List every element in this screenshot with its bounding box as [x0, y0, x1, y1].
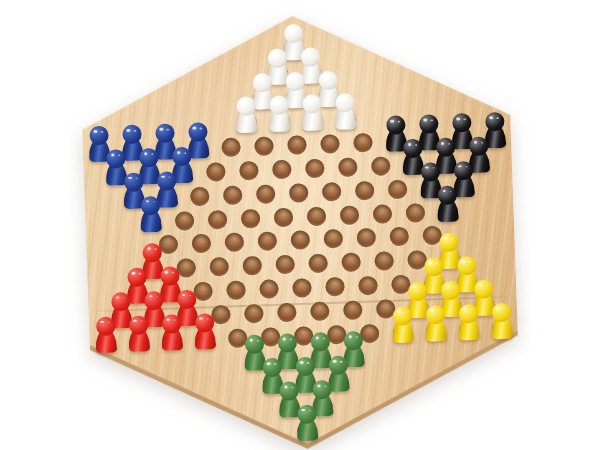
- board-hole[interactable]: [275, 255, 295, 275]
- peg-head: [188, 122, 208, 142]
- board-hole[interactable]: [305, 159, 325, 179]
- peg-head: [160, 266, 180, 286]
- peg-green[interactable]: [294, 404, 319, 441]
- peg-head: [161, 314, 181, 334]
- board-hole[interactable]: [370, 156, 390, 176]
- board-hole[interactable]: [374, 251, 394, 271]
- peg-head: [194, 313, 214, 333]
- peg-white[interactable]: [333, 93, 358, 130]
- peg-red[interactable]: [93, 316, 118, 353]
- board-hole[interactable]: [308, 254, 328, 274]
- peg-head: [420, 162, 440, 182]
- peg-head: [127, 267, 147, 287]
- board-hole[interactable]: [221, 138, 241, 158]
- board-hole[interactable]: [306, 206, 326, 226]
- peg-head: [453, 161, 473, 181]
- board-hole[interactable]: [325, 277, 345, 297]
- peg-head: [392, 306, 412, 326]
- peg-blue[interactable]: [138, 195, 163, 232]
- board-hole[interactable]: [342, 300, 362, 320]
- board-hole[interactable]: [356, 228, 376, 248]
- peg-head: [252, 73, 272, 93]
- board-hole[interactable]: [320, 134, 340, 154]
- board-hole[interactable]: [209, 257, 229, 277]
- peg-head: [283, 24, 303, 44]
- peg-head: [297, 404, 317, 424]
- peg-head: [156, 171, 176, 191]
- product-photo-stage: [0, 0, 600, 450]
- peg-head: [452, 113, 472, 133]
- peg-yellow[interactable]: [489, 302, 514, 339]
- peg-head: [419, 114, 439, 134]
- peg-white[interactable]: [300, 94, 325, 131]
- board-hole[interactable]: [273, 207, 293, 227]
- board-hole[interactable]: [225, 233, 245, 253]
- board-hole[interactable]: [256, 184, 276, 204]
- board-hole[interactable]: [405, 203, 425, 223]
- board-hole[interactable]: [258, 232, 278, 252]
- peg-head: [285, 71, 305, 91]
- board-hole[interactable]: [355, 181, 375, 201]
- peg-head: [155, 124, 175, 144]
- board-hole[interactable]: [292, 278, 312, 298]
- peg-head: [262, 358, 282, 378]
- peg-head: [122, 125, 142, 145]
- peg-head: [457, 256, 477, 276]
- board-hole[interactable]: [339, 205, 359, 225]
- board-hole[interactable]: [324, 229, 344, 249]
- board-hole[interactable]: [287, 135, 307, 155]
- board-hole[interactable]: [192, 234, 212, 254]
- board-hole[interactable]: [239, 161, 259, 181]
- board-cells: [0, 0, 600, 450]
- board-hole[interactable]: [341, 253, 361, 273]
- peg-head: [128, 315, 148, 335]
- board-hole[interactable]: [190, 186, 210, 206]
- board-hole[interactable]: [223, 185, 243, 205]
- peg-head: [458, 303, 478, 323]
- board-hole[interactable]: [277, 302, 297, 322]
- peg-yellow[interactable]: [456, 303, 481, 340]
- board-hole[interactable]: [372, 204, 392, 224]
- board-hole[interactable]: [206, 162, 226, 182]
- board-hole[interactable]: [353, 133, 373, 153]
- peg-head: [123, 172, 143, 192]
- peg-white[interactable]: [234, 97, 259, 134]
- peg-head: [491, 302, 511, 322]
- peg-red[interactable]: [192, 313, 217, 350]
- board-hole[interactable]: [272, 160, 292, 180]
- board-hole[interactable]: [388, 180, 408, 200]
- peg-head: [424, 257, 444, 277]
- peg-head: [425, 305, 445, 325]
- peg-yellow[interactable]: [390, 306, 415, 343]
- board-hole[interactable]: [242, 256, 262, 276]
- peg-head: [89, 126, 109, 146]
- board-hole[interactable]: [244, 304, 264, 324]
- board-hole[interactable]: [338, 157, 358, 177]
- board-hole[interactable]: [291, 231, 311, 251]
- board-hole[interactable]: [207, 210, 227, 230]
- peg-head: [141, 195, 161, 215]
- peg-head: [95, 316, 115, 336]
- board-scene: [0, 0, 600, 450]
- board-hole[interactable]: [174, 211, 194, 231]
- peg-red[interactable]: [159, 314, 184, 351]
- board-hole[interactable]: [259, 279, 279, 299]
- peg-white[interactable]: [267, 96, 292, 133]
- peg-head: [295, 357, 315, 377]
- board-hole[interactable]: [310, 301, 330, 321]
- board-hole[interactable]: [289, 183, 309, 203]
- board-hole[interactable]: [226, 280, 246, 300]
- peg-black[interactable]: [435, 185, 460, 222]
- peg-head: [485, 112, 505, 132]
- board-hole[interactable]: [322, 182, 342, 202]
- peg-head: [318, 70, 338, 90]
- board-hole[interactable]: [358, 276, 378, 296]
- peg-head: [438, 185, 458, 205]
- peg-yellow[interactable]: [423, 305, 448, 342]
- peg-red[interactable]: [126, 315, 151, 352]
- board-hole[interactable]: [240, 209, 260, 229]
- board-hole[interactable]: [254, 137, 274, 157]
- board-hole[interactable]: [389, 227, 409, 247]
